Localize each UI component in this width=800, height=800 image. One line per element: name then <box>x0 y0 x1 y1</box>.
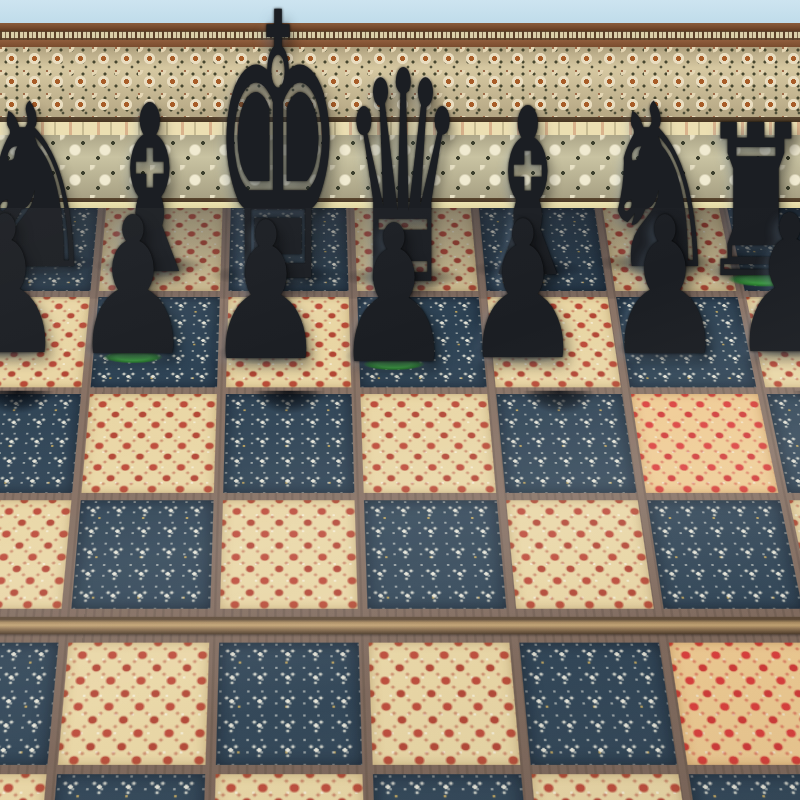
square-c3 <box>531 774 699 800</box>
piece-g7-pawn: ♟ <box>0 190 65 380</box>
square-g4 <box>0 643 58 765</box>
square-e4 <box>215 643 362 765</box>
square-c4 <box>519 643 677 765</box>
square-g5 <box>0 500 71 608</box>
square-d6 <box>360 394 495 493</box>
square-b4 <box>669 643 800 765</box>
piece-f7-pawn: ♟ <box>73 191 193 381</box>
piece-a7-pawn: ♟ <box>730 189 800 379</box>
square-e6 <box>223 394 355 493</box>
square-d3 <box>373 774 533 800</box>
square-f4 <box>58 643 209 765</box>
board-hinge-seam <box>0 617 800 634</box>
chessboard-photo: ♞♝♚♛♝♞♜♟♟♟♟♟♟♟ <box>0 0 800 800</box>
square-d5 <box>364 500 506 608</box>
piece-d7-pawn: ♟ <box>334 199 454 389</box>
square-f5 <box>71 500 213 608</box>
square-c6 <box>496 394 637 493</box>
square-c5 <box>506 500 654 608</box>
square-g3 <box>0 774 47 800</box>
square-b5 <box>647 500 800 608</box>
square-g6 <box>0 394 81 493</box>
square-b3 <box>689 774 800 800</box>
square-f3 <box>45 774 204 800</box>
square-b6 <box>631 394 778 493</box>
piece-b7-pawn: ♟ <box>605 191 725 381</box>
square-f6 <box>81 394 216 493</box>
square-d4 <box>369 643 520 765</box>
piece-e7-pawn: ♟ <box>206 196 326 386</box>
square-e5 <box>219 500 357 608</box>
piece-c7-pawn: ♟ <box>463 195 583 385</box>
square-e3 <box>211 774 366 800</box>
